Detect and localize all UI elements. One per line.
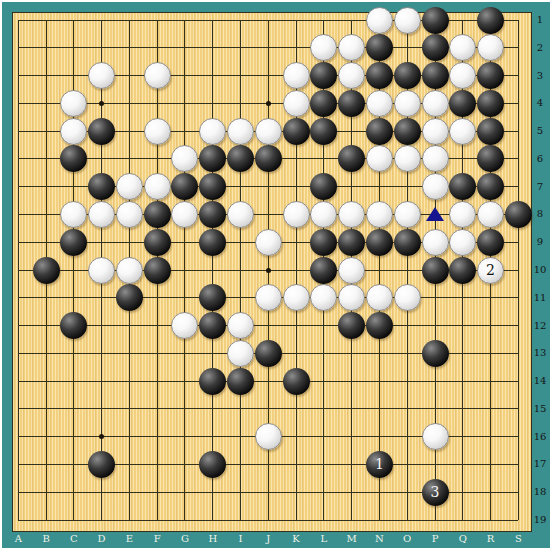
stone-black	[227, 368, 254, 395]
stone-black	[199, 368, 226, 395]
stone-white	[199, 118, 226, 145]
stone-white	[116, 173, 143, 200]
stone-white	[255, 423, 282, 450]
stone-white	[116, 201, 143, 228]
stone-black	[477, 7, 504, 34]
column-label-Q: Q	[455, 533, 471, 544]
stone-black	[88, 451, 115, 478]
stone-white	[394, 7, 421, 34]
stone-white	[422, 229, 449, 256]
column-label-R: R	[483, 533, 499, 544]
column-label-P: P	[427, 533, 443, 544]
grid-line-horizontal	[18, 381, 518, 382]
row-label-14: 14	[531, 375, 549, 386]
stone-black	[422, 257, 449, 284]
row-label-8: 8	[531, 208, 549, 219]
stone-black	[283, 118, 310, 145]
row-label-15: 15	[531, 403, 549, 414]
stone-black	[199, 201, 226, 228]
stone-black	[60, 229, 87, 256]
stone-white	[255, 118, 282, 145]
column-label-L: L	[316, 533, 332, 544]
stone-white	[422, 423, 449, 450]
row-label-7: 7	[531, 181, 549, 192]
stone-white	[144, 173, 171, 200]
stone-black	[310, 90, 337, 117]
column-label-N: N	[371, 533, 387, 544]
stone-white	[255, 284, 282, 311]
stone-white	[394, 201, 421, 228]
stone-black-move-3: 3	[422, 479, 449, 506]
stone-white	[366, 7, 393, 34]
column-label-F: F	[149, 533, 165, 544]
stone-white	[227, 118, 254, 145]
row-label-17: 17	[531, 458, 549, 469]
row-label-16: 16	[531, 431, 549, 442]
stone-black	[394, 229, 421, 256]
stone-black	[422, 7, 449, 34]
star-point	[99, 101, 104, 106]
grid-line-vertical	[518, 20, 519, 520]
row-label-19: 19	[531, 514, 549, 525]
stone-black	[199, 229, 226, 256]
row-label-4: 4	[531, 97, 549, 108]
column-label-I: I	[233, 533, 249, 544]
stone-white	[338, 257, 365, 284]
stone-black	[422, 340, 449, 367]
stone-white	[338, 62, 365, 89]
stone-white	[227, 312, 254, 339]
stone-black	[310, 229, 337, 256]
stone-white	[255, 229, 282, 256]
stone-black	[422, 34, 449, 61]
stone-black	[338, 229, 365, 256]
row-label-13: 13	[531, 347, 549, 358]
stone-white	[422, 90, 449, 117]
stone-black	[144, 229, 171, 256]
stone-white	[88, 201, 115, 228]
stone-white	[283, 284, 310, 311]
stone-white	[366, 201, 393, 228]
stone-black	[255, 145, 282, 172]
stone-white	[449, 118, 476, 145]
stone-white	[394, 284, 421, 311]
column-label-E: E	[121, 533, 137, 544]
star-point	[266, 268, 271, 273]
stone-white	[144, 118, 171, 145]
row-label-9: 9	[531, 236, 549, 247]
stone-white	[88, 257, 115, 284]
stone-white	[116, 257, 143, 284]
stone-white	[283, 201, 310, 228]
stone-white	[366, 90, 393, 117]
go-game-screenshot: 213 ABCDEFGHIJKLMNOPQRS 1234567891011121…	[0, 0, 550, 548]
stone-black	[310, 118, 337, 145]
column-label-B: B	[38, 533, 54, 544]
column-label-C: C	[66, 533, 82, 544]
column-label-D: D	[94, 533, 110, 544]
stone-black	[394, 62, 421, 89]
stone-white	[394, 145, 421, 172]
stone-black	[366, 62, 393, 89]
row-label-1: 1	[531, 14, 549, 25]
column-label-S: S	[510, 533, 526, 544]
row-label-3: 3	[531, 70, 549, 81]
column-label-H: H	[205, 533, 221, 544]
stone-black	[477, 229, 504, 256]
stone-white	[227, 201, 254, 228]
stone-white-move-2: 2	[477, 257, 504, 284]
stone-black	[366, 34, 393, 61]
row-label-18: 18	[531, 486, 549, 497]
stone-black	[310, 257, 337, 284]
stone-black	[88, 118, 115, 145]
row-label-10: 10	[531, 264, 549, 275]
grid-line-horizontal	[18, 520, 518, 521]
stone-black	[255, 340, 282, 367]
stone-white	[283, 90, 310, 117]
row-label-2: 2	[531, 42, 549, 53]
stone-white	[477, 201, 504, 228]
column-label-M: M	[344, 533, 360, 544]
stone-white	[449, 229, 476, 256]
stone-black	[33, 257, 60, 284]
stone-white	[60, 118, 87, 145]
grid-line-horizontal	[18, 408, 518, 409]
stone-white	[144, 62, 171, 89]
stone-black	[144, 257, 171, 284]
stone-white	[422, 145, 449, 172]
stone-black	[366, 118, 393, 145]
stone-black	[338, 90, 365, 117]
stone-black	[477, 62, 504, 89]
stone-white	[88, 62, 115, 89]
column-label-G: G	[177, 533, 193, 544]
stone-black	[505, 201, 532, 228]
stone-black	[283, 368, 310, 395]
column-label-J: J	[260, 533, 276, 544]
triangle-marker	[426, 207, 444, 221]
stone-white	[60, 90, 87, 117]
stone-black	[116, 284, 143, 311]
grid-line-horizontal	[18, 325, 518, 326]
stone-white	[422, 118, 449, 145]
stone-black-move-1: 1	[366, 451, 393, 478]
column-label-K: K	[288, 533, 304, 544]
stone-black	[422, 62, 449, 89]
stone-black	[449, 90, 476, 117]
stone-white	[283, 62, 310, 89]
stone-white	[394, 90, 421, 117]
row-label-5: 5	[531, 125, 549, 136]
row-label-12: 12	[531, 320, 549, 331]
row-label-6: 6	[531, 153, 549, 164]
stone-white	[422, 173, 449, 200]
stone-black	[449, 257, 476, 284]
row-label-11: 11	[531, 292, 549, 303]
stone-black	[477, 118, 504, 145]
star-point	[266, 101, 271, 106]
stone-black	[366, 312, 393, 339]
column-label-A: A	[10, 533, 26, 544]
stone-white	[338, 201, 365, 228]
column-label-O: O	[399, 533, 415, 544]
stone-black	[144, 201, 171, 228]
stone-black	[394, 118, 421, 145]
stone-black	[477, 90, 504, 117]
stone-black	[366, 229, 393, 256]
stone-white	[227, 340, 254, 367]
